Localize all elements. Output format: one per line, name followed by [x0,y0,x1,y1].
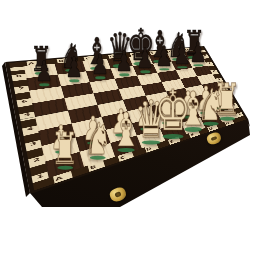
piece-white-rook-h1[interactable]: ♜ [213,78,241,122]
piece-black-pawn-c7[interactable]: ♟ [91,51,109,79]
pieces-layer: ♜♞♝♛♚♝♞♜♟♟♟♟♟♟♟♟♟♟♟♟♟♟♟♟♜♞♝♛♚♝♞♜ [0,0,260,260]
piece-black-pawn-e7[interactable]: ♟ [136,46,154,74]
piece-white-knight-b1[interactable]: ♞ [83,117,111,161]
piece-black-pawn-b7[interactable]: ♟ [65,55,83,83]
piece-black-pawn-d7[interactable]: ♟ [115,48,133,76]
piece-black-pawn-h7[interactable]: ♟ [189,39,207,67]
piece-black-pawn-a7[interactable]: ♟ [35,58,53,86]
piece-white-rook-a1[interactable]: ♜ [51,127,79,171]
chess-set-photo: AABBCCDDEEFFGGHH1122334455667788 ♜♞♝♛♚♝♞… [0,0,260,260]
piece-black-pawn-f7[interactable]: ♟ [155,43,173,71]
